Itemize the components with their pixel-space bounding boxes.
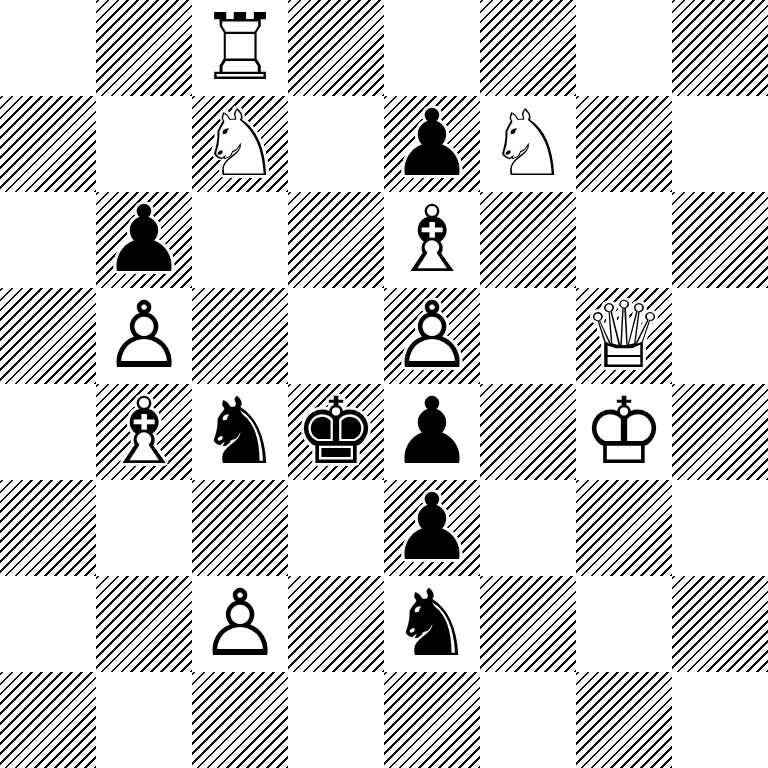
- square-c8[interactable]: ♜♖: [192, 0, 288, 96]
- square-e8[interactable]: [384, 0, 480, 96]
- piece-white-pawn[interactable]: ♟♙: [96, 288, 192, 384]
- piece-white-king[interactable]: ♚♔: [576, 384, 672, 480]
- square-e2[interactable]: ♞♞: [384, 576, 480, 672]
- square-a6[interactable]: [0, 192, 96, 288]
- white-king-icon: ♔: [576, 384, 672, 480]
- square-c2[interactable]: ♟♙: [192, 576, 288, 672]
- black-pawn-icon: ♟: [384, 384, 480, 480]
- square-a8[interactable]: [0, 0, 96, 96]
- square-a1[interactable]: [0, 672, 96, 768]
- square-c7[interactable]: ♞♘: [192, 96, 288, 192]
- piece-white-pawn[interactable]: ♟♙: [192, 576, 288, 672]
- square-b8[interactable]: [96, 0, 192, 96]
- square-a3[interactable]: [0, 480, 96, 576]
- square-c6[interactable]: [192, 192, 288, 288]
- square-h4[interactable]: [672, 384, 768, 480]
- square-h5[interactable]: [672, 288, 768, 384]
- square-f7[interactable]: ♞♘: [480, 96, 576, 192]
- piece-white-knight[interactable]: ♞♘: [480, 96, 576, 192]
- piece-white-rook[interactable]: ♜♖: [192, 0, 288, 96]
- square-g2[interactable]: [576, 576, 672, 672]
- square-a4[interactable]: [0, 384, 96, 480]
- piece-black-pawn[interactable]: ♟♟: [384, 96, 480, 192]
- piece-white-queen[interactable]: ♛♕: [576, 288, 672, 384]
- square-d4[interactable]: ♚♚: [288, 384, 384, 480]
- square-d6[interactable]: [288, 192, 384, 288]
- square-d7[interactable]: [288, 96, 384, 192]
- white-knight-icon: ♘: [480, 96, 576, 192]
- square-a7[interactable]: [0, 96, 96, 192]
- square-b5[interactable]: ♟♙: [96, 288, 192, 384]
- square-e7[interactable]: ♟♟: [384, 96, 480, 192]
- square-g1[interactable]: [576, 672, 672, 768]
- square-h1[interactable]: [672, 672, 768, 768]
- piece-white-pawn[interactable]: ♟♙: [384, 288, 480, 384]
- black-pawn-icon: ♟: [384, 480, 480, 576]
- square-e4[interactable]: ♟♟: [384, 384, 480, 480]
- square-d5[interactable]: [288, 288, 384, 384]
- chess-board: ♜♖♞♘♟♟♞♘♟♟♝♗♟♙♟♙♛♕♝♗♞♞♚♚♟♟♚♔♟♟♟♙♞♞: [0, 0, 768, 768]
- square-g4[interactable]: ♚♔: [576, 384, 672, 480]
- square-h2[interactable]: [672, 576, 768, 672]
- white-queen-icon: ♕: [576, 288, 672, 384]
- square-c3[interactable]: [192, 480, 288, 576]
- square-b3[interactable]: [96, 480, 192, 576]
- square-e1[interactable]: [384, 672, 480, 768]
- black-pawn-icon: ♟: [96, 192, 192, 288]
- square-b6[interactable]: ♟♟: [96, 192, 192, 288]
- square-h6[interactable]: [672, 192, 768, 288]
- black-knight-icon: ♞: [192, 384, 288, 480]
- piece-black-pawn[interactable]: ♟♟: [96, 192, 192, 288]
- white-bishop-icon: ♗: [384, 192, 480, 288]
- square-g5[interactable]: ♛♕: [576, 288, 672, 384]
- square-b2[interactable]: [96, 576, 192, 672]
- square-h3[interactable]: [672, 480, 768, 576]
- square-f3[interactable]: [480, 480, 576, 576]
- square-d8[interactable]: [288, 0, 384, 96]
- square-f6[interactable]: [480, 192, 576, 288]
- white-rook-icon: ♖: [192, 0, 288, 96]
- square-f4[interactable]: [480, 384, 576, 480]
- square-a5[interactable]: [0, 288, 96, 384]
- square-h8[interactable]: [672, 0, 768, 96]
- piece-black-pawn[interactable]: ♟♟: [384, 480, 480, 576]
- square-e3[interactable]: ♟♟: [384, 480, 480, 576]
- square-e6[interactable]: ♝♗: [384, 192, 480, 288]
- white-pawn-icon: ♙: [96, 288, 192, 384]
- piece-black-knight[interactable]: ♞♞: [192, 384, 288, 480]
- square-g3[interactable]: [576, 480, 672, 576]
- square-g6[interactable]: [576, 192, 672, 288]
- square-b1[interactable]: [96, 672, 192, 768]
- white-knight-icon: ♘: [192, 96, 288, 192]
- white-pawn-icon: ♙: [192, 576, 288, 672]
- square-f1[interactable]: [480, 672, 576, 768]
- square-b4[interactable]: ♝♗: [96, 384, 192, 480]
- square-c4[interactable]: ♞♞: [192, 384, 288, 480]
- black-king-icon: ♚: [288, 384, 384, 480]
- piece-white-bishop[interactable]: ♝♗: [384, 192, 480, 288]
- square-d3[interactable]: [288, 480, 384, 576]
- square-a2[interactable]: [0, 576, 96, 672]
- piece-black-king[interactable]: ♚♚: [288, 384, 384, 480]
- square-d1[interactable]: [288, 672, 384, 768]
- piece-black-knight[interactable]: ♞♞: [384, 576, 480, 672]
- square-c5[interactable]: [192, 288, 288, 384]
- square-f8[interactable]: [480, 0, 576, 96]
- black-knight-icon: ♞: [384, 576, 480, 672]
- square-f5[interactable]: [480, 288, 576, 384]
- square-g8[interactable]: [576, 0, 672, 96]
- square-h7[interactable]: [672, 96, 768, 192]
- piece-black-pawn[interactable]: ♟♟: [384, 384, 480, 480]
- white-pawn-icon: ♙: [384, 288, 480, 384]
- square-g7[interactable]: [576, 96, 672, 192]
- square-c1[interactable]: [192, 672, 288, 768]
- square-b7[interactable]: [96, 96, 192, 192]
- square-f2[interactable]: [480, 576, 576, 672]
- white-bishop-icon: ♗: [96, 384, 192, 480]
- black-pawn-icon: ♟: [384, 96, 480, 192]
- piece-white-knight[interactable]: ♞♘: [192, 96, 288, 192]
- piece-white-bishop[interactable]: ♝♗: [96, 384, 192, 480]
- square-d2[interactable]: [288, 576, 384, 672]
- square-e5[interactable]: ♟♙: [384, 288, 480, 384]
